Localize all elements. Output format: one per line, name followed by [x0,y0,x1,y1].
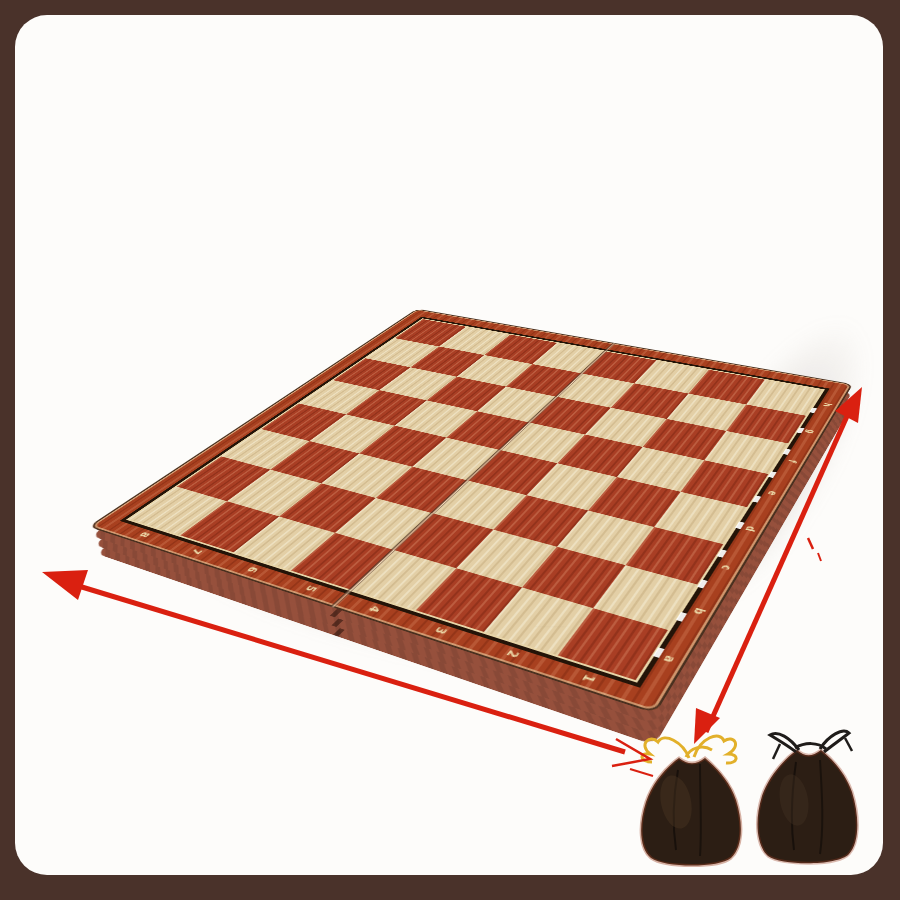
rank-label-4: 4 [364,604,383,614]
file-label-b: b [689,606,708,616]
product-photo: 12345678abcdefgh ♜♞♝♛♚♝♞♜♟♟♟♟♟♟♟♟♟♟♟♟♟♟♟… [15,15,883,875]
square-c4 [433,480,527,529]
file-label-a: a [659,654,679,665]
file-label-c: c [717,563,735,571]
chess-board: 12345678abcdefgh ♜♞♝♛♚♝♞♜♟♟♟♟♟♟♟♟♟♟♟♟♟♟♟… [88,309,853,714]
square-a5 [291,532,394,589]
rank-label-5: 5 [302,584,320,593]
pouch-body [641,758,741,866]
square-b4 [394,513,493,568]
rank-label-7: 7 [188,547,205,555]
brown-rook-glyph: ♜ [560,546,660,652]
file-label-d: d [741,525,758,533]
square-a4 [351,550,456,611]
square-b5 [335,498,433,550]
square-c5 [375,466,467,513]
rank-label-3: 3 [431,625,450,635]
rank-label-8: 8 [136,530,153,538]
arrowhead-to-pouch [694,708,720,744]
file-label-h: h [820,402,835,407]
black-drawstring-tie [770,731,852,759]
rank-label-6: 6 [243,565,261,574]
pouch-yellow-drawstring [641,736,741,865]
file-label-g: g [803,429,818,435]
cream-pawn-glyph: ♟ [186,454,260,533]
file-label-f: f [784,458,799,463]
rank-label-2: 2 [502,648,522,659]
rank-label-1: 1 [578,672,599,684]
pouch-body [757,750,857,863]
file-label-e: e [764,490,780,497]
pouch-black-drawstring [757,731,857,863]
